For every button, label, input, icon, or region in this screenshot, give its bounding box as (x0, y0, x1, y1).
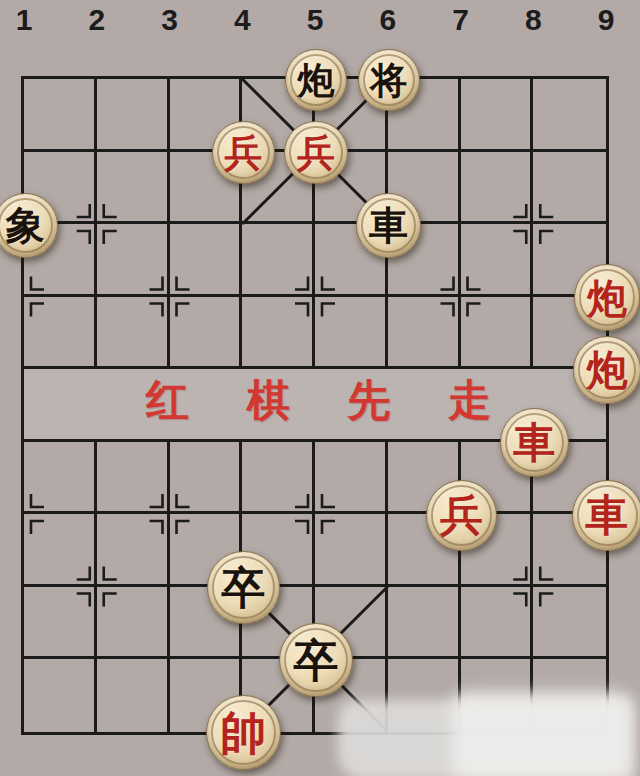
piece-character: 将 (370, 62, 407, 99)
piece-character: 炮 (587, 278, 627, 318)
piece-character: 兵 (297, 134, 335, 172)
black-soldier[interactable]: 卒 (279, 623, 353, 697)
piece-character: 兵 (224, 134, 262, 172)
river-char: 红 (146, 377, 189, 423)
piece-character: 兵 (440, 494, 483, 537)
watermark-smudge-bright (452, 692, 632, 776)
red-cannon[interactable]: 炮 (574, 264, 640, 331)
black-chariot[interactable]: 車 (356, 193, 421, 258)
red-general[interactable]: 帥 (206, 695, 282, 771)
piece-character: 車 (513, 422, 555, 464)
black-general[interactable]: 将 (358, 49, 420, 111)
river-char: 走 (448, 377, 491, 423)
river-char: 先 (347, 377, 390, 423)
red-soldier[interactable]: 兵 (212, 121, 276, 185)
piece-character: 卒 (221, 566, 265, 610)
xiangqi-screenshot: 123456789 红棋先走 炮将兵兵象車炮炮車兵車卒卒帥 (0, 0, 640, 776)
piece-character: 帥 (220, 710, 266, 756)
piece-character: 炮 (587, 350, 628, 391)
red-soldier[interactable]: 兵 (284, 121, 348, 185)
red-cannon[interactable]: 炮 (573, 336, 640, 404)
black-soldier[interactable]: 卒 (207, 551, 280, 624)
piece-character: 卒 (294, 638, 339, 683)
river-char: 棋 (247, 377, 290, 423)
piece-character: 車 (586, 494, 629, 537)
piece-character: 車 (369, 206, 408, 245)
red-soldier[interactable]: 兵 (426, 480, 497, 551)
red-chariot[interactable]: 車 (500, 408, 570, 478)
red-chariot[interactable]: 車 (572, 480, 640, 551)
river-text: 红棋先走 (146, 377, 491, 423)
piece-character: 炮 (298, 62, 335, 99)
piece-character: 象 (6, 206, 45, 245)
black-elephant[interactable]: 象 (0, 193, 58, 258)
black-cannon[interactable]: 炮 (285, 49, 347, 111)
